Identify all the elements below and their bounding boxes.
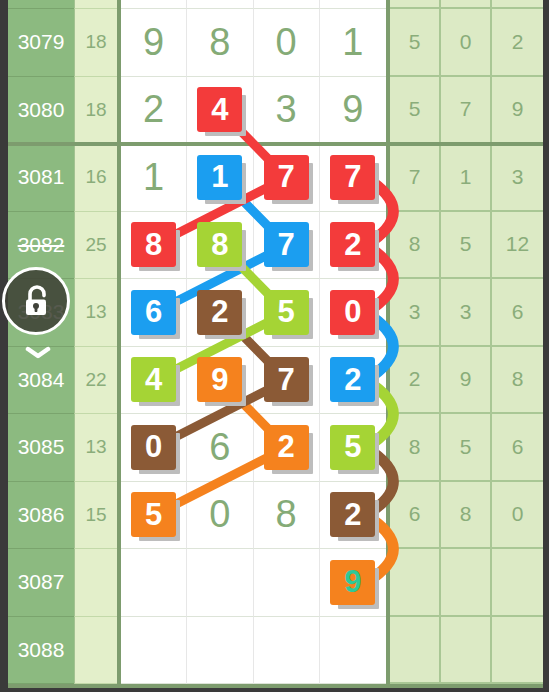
digit-cell: 9 bbox=[320, 549, 386, 617]
row-id-cell: 3086 bbox=[8, 482, 74, 550]
stat-cell: 0 bbox=[441, 9, 492, 77]
row-id-label: 3081 bbox=[18, 165, 65, 189]
stat-cell: 8 bbox=[441, 482, 492, 550]
digit-plain: 9 bbox=[342, 88, 363, 131]
digit-cell: 1 bbox=[320, 9, 386, 77]
digit-cell: 2 bbox=[121, 77, 187, 145]
digit-cell: 2 bbox=[254, 414, 320, 482]
digit-cell: 0 bbox=[187, 482, 253, 550]
stat-cell: 5 bbox=[390, 77, 441, 145]
row-id-label: 3084 bbox=[18, 368, 65, 392]
count-cell: 22 bbox=[74, 347, 117, 415]
digit-cell: 8 bbox=[254, 482, 320, 550]
digit-cell: 0 bbox=[320, 279, 386, 347]
lock-button[interactable] bbox=[2, 267, 70, 335]
digit-plain: 3 bbox=[276, 88, 297, 131]
digit-cell: 1 bbox=[187, 144, 253, 212]
stat-cell bbox=[492, 549, 543, 617]
digit-cell: 6 bbox=[121, 279, 187, 347]
right-heavy-border bbox=[386, 0, 390, 687]
digit-cell bbox=[121, 549, 187, 617]
digit-tile-red: 7 bbox=[330, 155, 375, 200]
count-cell bbox=[74, 617, 117, 685]
digit-tile-red: 4 bbox=[197, 87, 242, 132]
digit-plain: 0 bbox=[209, 493, 230, 536]
digit-tile-brown: 0 bbox=[131, 425, 176, 470]
digit-cell-partial bbox=[320, 0, 386, 9]
stat-cell: 6 bbox=[492, 279, 543, 347]
stat-cell bbox=[441, 549, 492, 617]
digit-cell: 8 bbox=[121, 212, 187, 280]
digit-tile-orange: 9 bbox=[330, 560, 375, 605]
digit-cell: 3 bbox=[254, 77, 320, 145]
stat-cell bbox=[492, 617, 543, 685]
stat-cell: 7 bbox=[441, 77, 492, 145]
digit-tile-blue: 7 bbox=[264, 222, 309, 267]
row-id-label: 3086 bbox=[18, 503, 65, 527]
digit-tile-blue: 6 bbox=[131, 290, 176, 335]
row-id-cell-partial bbox=[8, 0, 74, 9]
digit-cell: 5 bbox=[254, 279, 320, 347]
stat-cell-partial bbox=[441, 0, 492, 9]
digit-tile-red: 2 bbox=[330, 222, 375, 267]
digit-cell: 8 bbox=[187, 9, 253, 77]
digit-plain: 2 bbox=[143, 88, 164, 131]
stat-cell: 3 bbox=[492, 144, 543, 212]
count-cell: 13 bbox=[74, 414, 117, 482]
bottom-border bbox=[8, 684, 543, 688]
stat-cell: 2 bbox=[390, 347, 441, 415]
digit-cell: 7 bbox=[320, 144, 386, 212]
stat-cell: 7 bbox=[390, 144, 441, 212]
digit-cell-partial bbox=[254, 0, 320, 9]
digit-tile-orange: 2 bbox=[264, 425, 309, 470]
trend-chart-screen: 3079189801502308018243957930811611777133… bbox=[0, 0, 549, 692]
digit-tile-red: 0 bbox=[330, 290, 375, 335]
stat-cell: 9 bbox=[492, 77, 543, 145]
digit-cell: 7 bbox=[254, 144, 320, 212]
row-id-label: 3082 bbox=[18, 233, 65, 257]
collapse-chevron-button[interactable] bbox=[25, 346, 51, 360]
stat-cell-partial bbox=[492, 0, 543, 9]
digit-cell: 2 bbox=[187, 279, 253, 347]
stat-cell: 5 bbox=[390, 9, 441, 77]
digit-tile-green: 5 bbox=[330, 425, 375, 470]
digit-cell: 5 bbox=[121, 482, 187, 550]
stat-cell: 0 bbox=[492, 482, 543, 550]
stat-cell: 2 bbox=[492, 9, 543, 77]
digit-plain: 8 bbox=[276, 493, 297, 536]
row-id-cell: 3087 bbox=[8, 549, 74, 617]
digit-cell: 4 bbox=[187, 77, 253, 145]
count-cell: 18 bbox=[74, 77, 117, 145]
count-cell: 13 bbox=[74, 279, 117, 347]
digit-cell: 9 bbox=[187, 347, 253, 415]
digit-tile-orange: 9 bbox=[197, 357, 242, 402]
digit-cell: 0 bbox=[121, 414, 187, 482]
digit-plain: 9 bbox=[143, 21, 164, 64]
digit-plain: 8 bbox=[209, 21, 230, 64]
row-id-cell: 3079 bbox=[8, 9, 74, 77]
digit-cell bbox=[187, 617, 253, 685]
digit-tile-brown: 2 bbox=[330, 492, 375, 537]
digit-tile-green: 5 bbox=[264, 290, 309, 335]
stat-cell bbox=[441, 617, 492, 685]
digit-cell bbox=[254, 549, 320, 617]
stat-cell: 8 bbox=[390, 212, 441, 280]
count-cell: 16 bbox=[74, 144, 117, 212]
group-divider bbox=[8, 142, 543, 146]
stat-cell: 3 bbox=[441, 279, 492, 347]
digit-cell: 7 bbox=[254, 212, 320, 280]
count-cell-partial bbox=[74, 0, 117, 9]
digit-tile-blue: 2 bbox=[330, 357, 375, 402]
left-heavy-border bbox=[117, 0, 121, 687]
count-cell: 18 bbox=[74, 9, 117, 77]
digit-plain: 0 bbox=[276, 21, 297, 64]
digit-cell: 4 bbox=[121, 347, 187, 415]
digit-cell: 2 bbox=[320, 212, 386, 280]
digit-cell: 8 bbox=[187, 212, 253, 280]
digit-cell bbox=[254, 617, 320, 685]
row-id-label: 3087 bbox=[18, 570, 65, 594]
stat-cell: 6 bbox=[492, 414, 543, 482]
digit-tile-red: 7 bbox=[264, 155, 309, 200]
stat-cell: 5 bbox=[441, 414, 492, 482]
digit-plain: 6 bbox=[209, 426, 230, 469]
stat-cell: 9 bbox=[441, 347, 492, 415]
digit-tile-blue: 1 bbox=[197, 155, 242, 200]
row-id-cell: 3085 bbox=[8, 414, 74, 482]
digit-tile-brown: 7 bbox=[264, 357, 309, 402]
digit-tile-red: 8 bbox=[131, 222, 176, 267]
digit-plain: 1 bbox=[143, 156, 164, 199]
digit-cell: 7 bbox=[254, 347, 320, 415]
count-cell: 25 bbox=[74, 212, 117, 280]
chevron-down-icon bbox=[25, 346, 51, 360]
digit-cell: 0 bbox=[254, 9, 320, 77]
digit-cell: 2 bbox=[320, 347, 386, 415]
count-cell: 15 bbox=[74, 482, 117, 550]
digit-cell bbox=[320, 617, 386, 685]
unlock-icon bbox=[18, 283, 54, 319]
stat-cell: 12 bbox=[492, 212, 543, 280]
stat-cell: 8 bbox=[390, 414, 441, 482]
digit-cell bbox=[121, 617, 187, 685]
digit-cell: 1 bbox=[121, 144, 187, 212]
stat-cell: 5 bbox=[441, 212, 492, 280]
digit-cell: 9 bbox=[121, 9, 187, 77]
digit-cell-partial bbox=[187, 0, 253, 9]
stat-cell: 6 bbox=[390, 482, 441, 550]
digit-cell: 6 bbox=[187, 414, 253, 482]
stat-cell bbox=[390, 617, 441, 685]
stat-cell: 8 bbox=[492, 347, 543, 415]
digit-cell: 9 bbox=[320, 77, 386, 145]
row-id-label: 3085 bbox=[18, 435, 65, 459]
digit-tile-green: 4 bbox=[131, 357, 176, 402]
digit-plain: 1 bbox=[342, 21, 363, 64]
row-id-label: 3080 bbox=[18, 98, 65, 122]
digit-tile-brown: 2 bbox=[197, 290, 242, 335]
row-id-cell: 3081 bbox=[8, 144, 74, 212]
count-cell bbox=[74, 549, 117, 617]
row-id-cell: 3080 bbox=[8, 77, 74, 145]
digit-tile-green: 8 bbox=[197, 222, 242, 267]
digit-cell bbox=[187, 549, 253, 617]
row-id-cell: 3088 bbox=[8, 617, 74, 685]
stat-cell-partial bbox=[390, 0, 441, 9]
row-id-label: 3079 bbox=[18, 30, 65, 54]
row-id-label: 3088 bbox=[18, 638, 65, 662]
stat-cell: 3 bbox=[390, 279, 441, 347]
stat-cell bbox=[390, 549, 441, 617]
digit-cell: 2 bbox=[320, 482, 386, 550]
stat-cell: 1 bbox=[441, 144, 492, 212]
digit-tile-orange: 5 bbox=[131, 492, 176, 537]
digit-cell-partial bbox=[121, 0, 187, 9]
digit-cell: 5 bbox=[320, 414, 386, 482]
